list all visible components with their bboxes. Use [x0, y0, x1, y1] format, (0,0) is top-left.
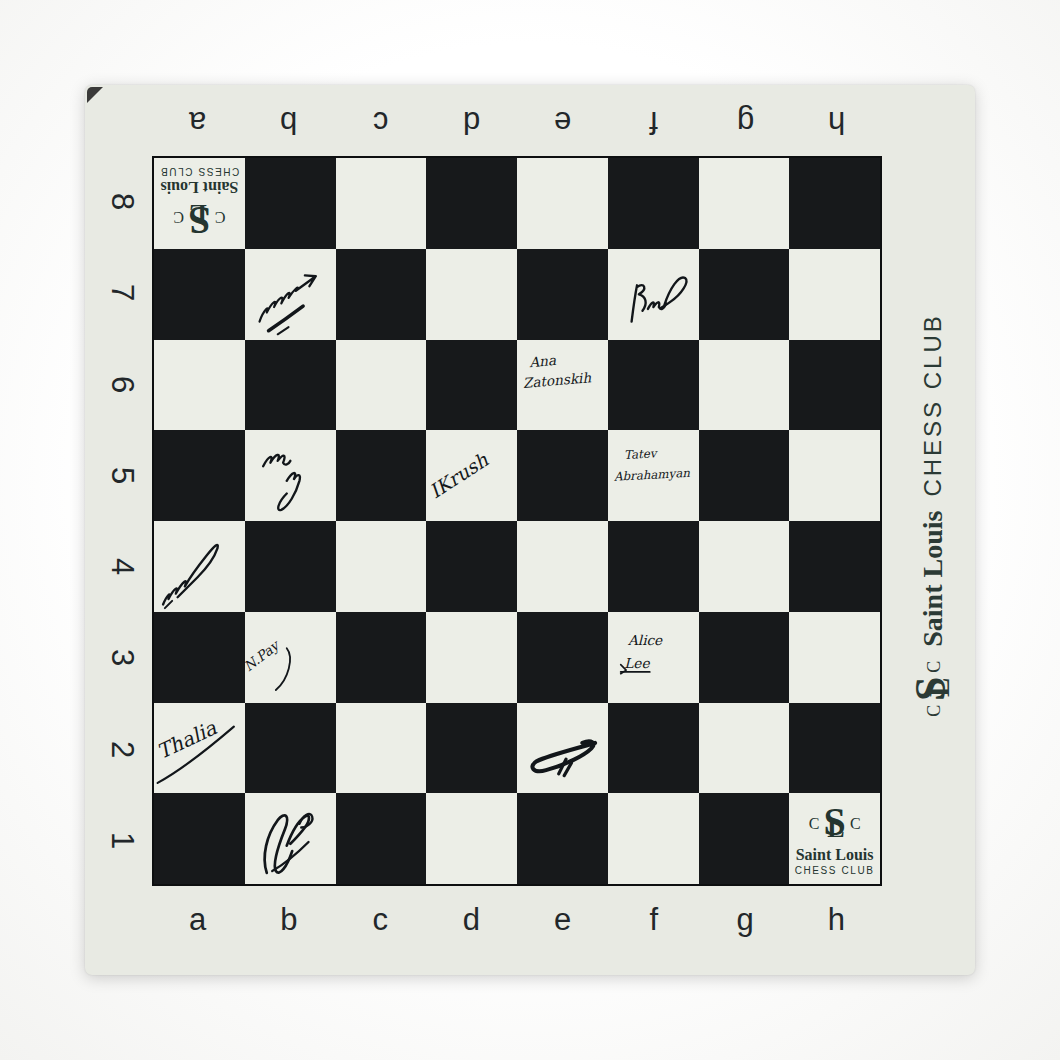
square-a2	[154, 703, 245, 794]
file-label: h	[791, 902, 882, 938]
square-c6	[336, 340, 427, 431]
square-a1	[154, 793, 245, 884]
file-label: c	[335, 104, 426, 140]
square-c7	[336, 249, 427, 340]
square-c3	[336, 612, 427, 703]
file-label: e	[517, 104, 608, 140]
square-e8	[517, 158, 608, 249]
square-d4	[426, 521, 517, 612]
side-branding: C S L C Saint Louis CHESS CLUB	[905, 305, 961, 725]
square-c1	[336, 793, 427, 884]
square-f2	[608, 703, 699, 794]
square-g5	[699, 430, 790, 521]
square-h1	[789, 793, 880, 884]
square-d7	[426, 249, 517, 340]
side-brand-sub: CHESS CLUB	[919, 313, 947, 496]
file-label: g	[700, 104, 791, 140]
square-f8	[608, 158, 699, 249]
square-e3	[517, 612, 608, 703]
square-b5	[245, 430, 336, 521]
square-d1	[426, 793, 517, 884]
square-e2	[517, 703, 608, 794]
square-g7	[699, 249, 790, 340]
square-c4	[336, 521, 427, 612]
square-a6	[154, 340, 245, 431]
square-f5	[608, 430, 699, 521]
file-label: e	[517, 902, 608, 938]
square-h8	[789, 158, 880, 249]
square-b1	[245, 793, 336, 884]
rank-labels-left: 8 7 6 5 4 3 2 1	[97, 156, 147, 886]
board-grid	[154, 158, 880, 884]
file-label: d	[426, 902, 517, 938]
square-e7	[517, 249, 608, 340]
file-label: b	[243, 902, 334, 938]
square-a8	[154, 158, 245, 249]
file-label: a	[152, 104, 243, 140]
square-f1	[608, 793, 699, 884]
photo-of-signed-chess-mat: a b c d e f g h 8 7 6 5 4 3 2 1 a b c d …	[0, 0, 1060, 1060]
file-label: f	[608, 902, 699, 938]
square-h7	[789, 249, 880, 340]
square-a3	[154, 612, 245, 703]
square-c5	[336, 430, 427, 521]
square-d5	[426, 430, 517, 521]
file-label: a	[152, 902, 243, 938]
square-f6	[608, 340, 699, 431]
square-f4	[608, 521, 699, 612]
square-b3	[245, 612, 336, 703]
file-label: f	[608, 104, 699, 140]
square-a5	[154, 430, 245, 521]
square-e1	[517, 793, 608, 884]
square-g2	[699, 703, 790, 794]
square-h3	[789, 612, 880, 703]
file-labels-bottom: a b c d e f g h	[152, 891, 882, 949]
square-d2	[426, 703, 517, 794]
chess-board: C S L C Saint Louis CHESS CLUB C	[152, 156, 882, 886]
file-label: c	[335, 902, 426, 938]
vinyl-chess-mat: a b c d e f g h 8 7 6 5 4 3 2 1 a b c d …	[85, 85, 975, 975]
square-c2	[336, 703, 427, 794]
square-d3	[426, 612, 517, 703]
square-b4	[245, 521, 336, 612]
square-h4	[789, 521, 880, 612]
square-g1	[699, 793, 790, 884]
file-label: d	[426, 104, 517, 140]
square-g3	[699, 612, 790, 703]
square-h2	[789, 703, 880, 794]
mat-corner-fold	[87, 87, 103, 103]
square-f7	[608, 249, 699, 340]
square-e5	[517, 430, 608, 521]
square-d8	[426, 158, 517, 249]
square-g8	[699, 158, 790, 249]
square-h6	[789, 340, 880, 431]
square-g4	[699, 521, 790, 612]
square-f3	[608, 612, 699, 703]
file-label: b	[243, 104, 334, 140]
square-c8	[336, 158, 427, 249]
file-label: g	[700, 902, 791, 938]
square-b7	[245, 249, 336, 340]
square-a7	[154, 249, 245, 340]
square-e4	[517, 521, 608, 612]
square-g6	[699, 340, 790, 431]
square-h5	[789, 430, 880, 521]
file-label: h	[791, 104, 882, 140]
square-b8	[245, 158, 336, 249]
square-b6	[245, 340, 336, 431]
slcc-monogram-icon: C S L C	[909, 661, 957, 717]
square-b2	[245, 703, 336, 794]
file-labels-top: a b c d e f g h	[152, 93, 882, 151]
square-e6	[517, 340, 608, 431]
square-d6	[426, 340, 517, 431]
side-brand-name: Saint Louis	[917, 511, 949, 647]
square-a4	[154, 521, 245, 612]
